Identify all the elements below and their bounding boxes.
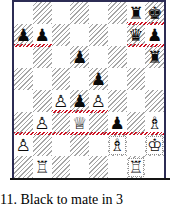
square-c2: [52, 134, 71, 156]
red-squiggle-artifact: [14, 44, 52, 47]
board-grid: ♜♚♟♟♛♟♟♜♟♙♟♙♙♕♟♗♙♗♔♖♖: [14, 2, 164, 178]
square-g2: [127, 134, 146, 156]
white-rook-g1: ♖: [128, 156, 143, 178]
black-pawn-a7: ♟: [16, 24, 31, 46]
caption: 11. Black to mate in 3: [0, 192, 171, 208]
square-e4: ♙: [89, 90, 108, 112]
square-h1: [145, 156, 164, 178]
square-a3: [14, 112, 33, 134]
square-g5: [127, 68, 146, 90]
square-d3: ♕: [70, 112, 89, 134]
square-h2: ♔: [145, 134, 164, 156]
board-bottom-rule: [10, 178, 170, 180]
white-queen-d3: ♕: [72, 112, 87, 134]
square-e6: [89, 46, 108, 68]
white-bishop-h3: ♗: [147, 112, 162, 134]
square-e5: ♟: [89, 68, 108, 90]
square-f7: [108, 24, 127, 46]
square-g7: ♛: [127, 24, 146, 46]
square-b6: [33, 46, 52, 68]
square-g1: ♖: [127, 156, 146, 178]
square-g8: ♜: [127, 2, 146, 24]
square-h6: ♜: [145, 46, 164, 68]
square-e7: [89, 24, 108, 46]
square-e8: [89, 2, 108, 24]
square-d8: [70, 2, 89, 24]
square-f6: [108, 46, 127, 68]
square-h3: ♗: [145, 112, 164, 134]
square-c5: [52, 68, 71, 90]
square-b3: ♙: [33, 112, 52, 134]
square-b1: ♖: [33, 156, 52, 178]
square-g4: [127, 90, 146, 112]
black-king-h8: ♚: [147, 2, 162, 24]
black-pawn-d4: ♟: [72, 90, 87, 112]
square-c4: ♙: [52, 90, 71, 112]
square-h5: [145, 68, 164, 90]
square-a6: [14, 46, 33, 68]
square-a4: [14, 90, 33, 112]
square-c3: [52, 112, 71, 134]
square-b8: [33, 2, 52, 24]
square-f2: ♗: [108, 134, 127, 156]
white-pawn-a2: ♙: [16, 134, 31, 156]
board: ♜♚♟♟♛♟♟♜♟♙♟♙♙♕♟♗♙♗♔♖♖: [12, 0, 166, 180]
square-d6: ♟: [70, 46, 89, 68]
square-d2: [70, 134, 89, 156]
square-c1: [52, 156, 71, 178]
square-a5: [14, 68, 33, 90]
square-d5: [70, 68, 89, 90]
black-pawn-f3: ♟: [110, 112, 125, 134]
square-b4: [33, 90, 52, 112]
square-b7: ♟: [33, 24, 52, 46]
square-f4: [108, 90, 127, 112]
black-rook-h6: ♜: [147, 46, 162, 68]
square-c8: [52, 2, 71, 24]
square-f8: [108, 2, 127, 24]
square-f5: [108, 68, 127, 90]
square-f1: [108, 156, 127, 178]
square-c6: [52, 46, 71, 68]
square-d4: ♟: [70, 90, 89, 112]
white-pawn-e4: ♙: [91, 90, 106, 112]
square-f3: ♟: [108, 112, 127, 134]
square-g3: [127, 112, 146, 134]
square-b5: [33, 68, 52, 90]
square-g6: [127, 46, 146, 68]
white-pawn-c4: ♙: [53, 90, 68, 112]
square-b2: [33, 134, 52, 156]
square-h8: ♚: [145, 2, 164, 24]
square-h7: ♟: [145, 24, 164, 46]
square-c7: [52, 24, 71, 46]
white-king-h2: ♔: [147, 134, 162, 156]
black-pawn-h7: ♟: [147, 24, 162, 46]
red-squiggle-artifact: [127, 22, 165, 25]
square-e2: [89, 134, 108, 156]
square-a7: ♟: [14, 24, 33, 46]
square-e1: [89, 156, 108, 178]
black-queen-g7: ♛: [128, 24, 143, 46]
white-bishop-f2: ♗: [110, 134, 125, 156]
white-rook-b1: ♖: [35, 156, 50, 178]
red-squiggle-artifact: [14, 132, 164, 135]
square-h4: [145, 90, 164, 112]
black-pawn-e5: ♟: [91, 68, 106, 90]
square-a1: [14, 156, 33, 178]
black-rook-g8: ♜: [128, 2, 143, 24]
page: ♜♚♟♟♛♟♟♜♟♙♟♙♙♕♟♗♙♗♔♖♖ 11. Black to mate …: [0, 0, 171, 217]
square-e3: [89, 112, 108, 134]
square-d1: [70, 156, 89, 178]
square-d7: [70, 24, 89, 46]
red-squiggle-artifact: [127, 44, 165, 47]
black-pawn-b7: ♟: [35, 24, 50, 46]
white-pawn-b3: ♙: [35, 112, 50, 134]
square-a2: ♙: [14, 134, 33, 156]
black-pawn-d6: ♟: [72, 46, 87, 68]
red-squiggle-artifact: [52, 110, 108, 113]
square-a8: [14, 2, 33, 24]
